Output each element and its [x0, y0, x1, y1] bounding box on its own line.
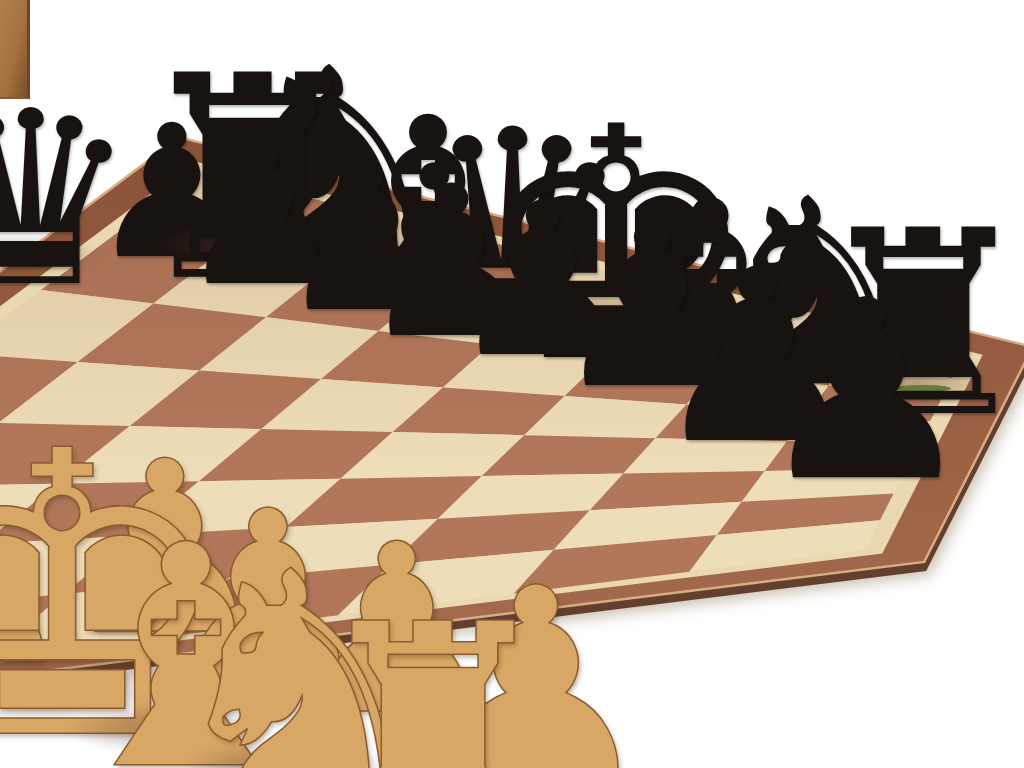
pieces-layer: ♟♞♜♛♝♟♟♛♟♚♟♝♞♟♜♟♟♟♟♟♟♚♝♟♞♜	[0, 0, 1024, 768]
piece-black-q-spare[interactable]: ♛	[0, 79, 138, 320]
chess-set-photo: ♟♞♜♛♝♟♟♛♟♚♟♝♞♟♜♟♟♟♟♟♟♚♝♟♞♜	[0, 0, 1024, 768]
piece-black-p-h7[interactable]: ♟	[755, 267, 977, 515]
piece-white-r-h1[interactable]: ♜	[304, 587, 562, 768]
